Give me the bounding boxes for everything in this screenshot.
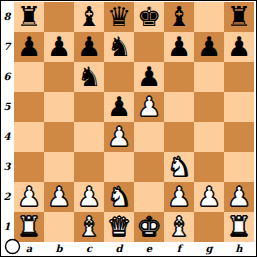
piece-black-pawn-g7[interactable]: ♟ [197, 32, 221, 62]
square-a3[interactable] [14, 152, 44, 182]
piece-black-rook-a8[interactable]: ♜ [17, 2, 41, 32]
square-b2[interactable]: ♟ [44, 182, 74, 212]
square-d1[interactable]: ♛ [104, 212, 134, 242]
square-b8[interactable] [44, 2, 74, 32]
piece-black-pawn-b7[interactable]: ♟ [47, 32, 71, 62]
square-h2[interactable]: ♟ [224, 182, 254, 212]
square-d5[interactable]: ♟ [104, 92, 134, 122]
piece-white-pawn-h2[interactable]: ♟ [227, 182, 251, 212]
square-a2[interactable]: ♟ [14, 182, 44, 212]
rank-label-7: 7 [1, 32, 13, 62]
square-h1[interactable]: ♜ [224, 212, 254, 242]
file-label-e: e [134, 242, 164, 256]
piece-black-king-e8[interactable]: ♚ [137, 2, 161, 32]
square-a7[interactable]: ♟ [14, 32, 44, 62]
square-e1[interactable]: ♚ [134, 212, 164, 242]
piece-white-queen-d1[interactable]: ♛ [107, 212, 131, 242]
square-e7[interactable] [134, 32, 164, 62]
square-a4[interactable] [14, 122, 44, 152]
file-label-h: h [224, 242, 254, 256]
square-f7[interactable]: ♟ [164, 32, 194, 62]
square-c7[interactable]: ♟ [74, 32, 104, 62]
square-c4[interactable] [74, 122, 104, 152]
square-b1[interactable] [44, 212, 74, 242]
rank-label-6: 6 [1, 62, 13, 92]
square-e4[interactable] [134, 122, 164, 152]
file-label-b: b [44, 242, 74, 256]
piece-black-knight-d7[interactable]: ♞ [107, 32, 131, 62]
square-c1[interactable]: ♝ [74, 212, 104, 242]
piece-white-bishop-c1[interactable]: ♝ [77, 212, 101, 242]
white-to-move-circle [6, 240, 20, 254]
rank-label-3: 3 [1, 152, 13, 182]
piece-white-pawn-g2[interactable]: ♟ [197, 182, 221, 212]
square-g2[interactable]: ♟ [194, 182, 224, 212]
piece-white-pawn-a2[interactable]: ♟ [17, 182, 41, 212]
square-h3[interactable] [224, 152, 254, 182]
rank-label-5: 5 [1, 92, 13, 122]
piece-black-pawn-f7[interactable]: ♟ [167, 32, 191, 62]
square-a5[interactable] [14, 92, 44, 122]
piece-white-pawn-c2[interactable]: ♟ [77, 182, 101, 212]
piece-black-bishop-f8[interactable]: ♝ [167, 2, 191, 32]
rank-label-2: 2 [1, 182, 13, 212]
square-f4[interactable] [164, 122, 194, 152]
file-label-f: f [164, 242, 194, 256]
square-f3[interactable]: ♞ [164, 152, 194, 182]
piece-black-pawn-d5[interactable]: ♟ [107, 92, 131, 122]
square-a6[interactable] [14, 62, 44, 92]
square-b6[interactable] [44, 62, 74, 92]
piece-white-king-e1[interactable]: ♚ [137, 212, 161, 242]
square-g7[interactable]: ♟ [194, 32, 224, 62]
square-c8[interactable]: ♝ [74, 2, 104, 32]
square-d6[interactable] [104, 62, 134, 92]
square-c5[interactable] [74, 92, 104, 122]
square-b3[interactable] [44, 152, 74, 182]
piece-black-pawn-e6[interactable]: ♟ [137, 62, 161, 92]
square-g6[interactable] [194, 62, 224, 92]
square-g3[interactable] [194, 152, 224, 182]
square-h4[interactable] [224, 122, 254, 152]
piece-black-pawn-c7[interactable]: ♟ [77, 32, 101, 62]
rank-label-8: 8 [1, 2, 13, 32]
square-h7[interactable]: ♟ [224, 32, 254, 62]
square-g8[interactable] [194, 2, 224, 32]
square-g4[interactable] [194, 122, 224, 152]
file-label-d: d [104, 242, 134, 256]
square-d7[interactable]: ♞ [104, 32, 134, 62]
square-e8[interactable]: ♚ [134, 2, 164, 32]
piece-white-knight-d2[interactable]: ♞ [107, 182, 131, 212]
piece-white-pawn-d4[interactable]: ♟ [107, 122, 131, 152]
square-h8[interactable]: ♜ [224, 2, 254, 32]
piece-white-rook-h1[interactable]: ♜ [227, 212, 251, 242]
piece-black-pawn-h7[interactable]: ♟ [227, 32, 251, 62]
square-c3[interactable] [74, 152, 104, 182]
square-f5[interactable] [164, 92, 194, 122]
square-h6[interactable] [224, 62, 254, 92]
piece-black-knight-c6[interactable]: ♞ [77, 62, 101, 92]
square-f2[interactable]: ♟ [164, 182, 194, 212]
piece-white-bishop-f1[interactable]: ♝ [167, 212, 191, 242]
square-d8[interactable]: ♛ [104, 2, 134, 32]
piece-white-knight-f3[interactable]: ♞ [167, 152, 191, 182]
square-b7[interactable]: ♟ [44, 32, 74, 62]
square-d4[interactable]: ♟ [104, 122, 134, 152]
rank-label-4: 4 [1, 122, 13, 152]
square-f8[interactable]: ♝ [164, 2, 194, 32]
piece-black-rook-h8[interactable]: ♜ [227, 2, 251, 32]
square-c6[interactable]: ♞ [74, 62, 104, 92]
piece-black-queen-d8[interactable]: ♛ [107, 2, 131, 32]
square-h5[interactable] [224, 92, 254, 122]
piece-black-pawn-a7[interactable]: ♟ [17, 32, 41, 62]
square-e2[interactable] [134, 182, 164, 212]
piece-black-bishop-c8[interactable]: ♝ [77, 2, 101, 32]
square-g1[interactable] [194, 212, 224, 242]
square-b4[interactable] [44, 122, 74, 152]
chess-board: ♜♝♛♚♝♜♟♟♟♞♟♟♟♞♟♟♟♟♞♟♟♟♞♟♟♟♜♝♛♚♝♜ [14, 2, 254, 242]
square-f1[interactable]: ♝ [164, 212, 194, 242]
square-d3[interactable] [104, 152, 134, 182]
chess-diagram: ♜♝♛♚♝♜♟♟♟♞♟♟♟♞♟♟♟♟♞♟♟♟♞♟♟♟♜♝♛♚♝♜ 8765432… [0, 0, 257, 257]
square-a8[interactable]: ♜ [14, 2, 44, 32]
file-label-g: g [194, 242, 224, 256]
piece-white-pawn-e5[interactable]: ♟ [137, 92, 161, 122]
square-f6[interactable] [164, 62, 194, 92]
square-e6[interactable]: ♟ [134, 62, 164, 92]
square-e5[interactable]: ♟ [134, 92, 164, 122]
square-g5[interactable] [194, 92, 224, 122]
square-b5[interactable] [44, 92, 74, 122]
square-d2[interactable]: ♞ [104, 182, 134, 212]
file-label-c: c [74, 242, 104, 256]
square-e3[interactable] [134, 152, 164, 182]
piece-white-pawn-f2[interactable]: ♟ [167, 182, 191, 212]
square-c2[interactable]: ♟ [74, 182, 104, 212]
side-to-move-indicator [4, 238, 21, 255]
piece-white-pawn-b2[interactable]: ♟ [47, 182, 71, 212]
